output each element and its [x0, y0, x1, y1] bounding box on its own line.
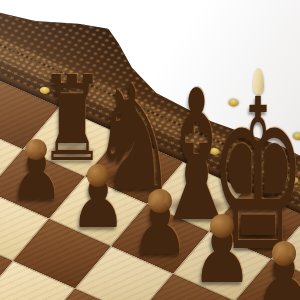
- brass-inlay: [291, 131, 300, 141]
- brass-inlay: [227, 98, 241, 108]
- king-finial: [253, 68, 264, 94]
- chessboard: [0, 52, 300, 300]
- chess-set-product-photo: ♜♞♝♚♟♟♟♟♟: [0, 0, 300, 300]
